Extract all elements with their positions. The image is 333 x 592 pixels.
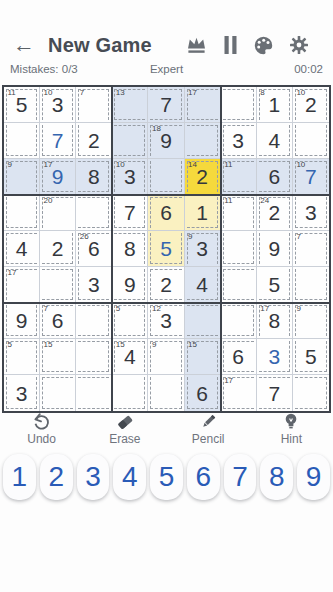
given-digit: 4: [124, 346, 136, 367]
cell-r8c9[interactable]: 5: [293, 339, 329, 375]
cage-sum-label: 12: [152, 305, 161, 313]
given-digit: 4: [268, 130, 280, 151]
given-digit: 3: [52, 94, 64, 115]
given-digit: 2: [160, 274, 172, 295]
cage-sum-label: 24: [260, 197, 269, 205]
cage-border: [223, 305, 254, 336]
numpad-button-3[interactable]: 3: [77, 454, 110, 500]
given-digit: 7: [160, 94, 172, 115]
pencil-button[interactable]: Pencil: [167, 413, 250, 449]
given-digit: 8: [124, 238, 136, 259]
cell-r3c4[interactable]: 103: [112, 159, 148, 195]
cell-r2c7[interactable]: 3: [221, 123, 257, 159]
given-digit: 2: [268, 202, 280, 223]
cell-r6c5[interactable]: 2: [148, 267, 184, 303]
cage-border: [223, 269, 254, 300]
given-digit: 3: [88, 274, 100, 295]
cell-r2c3[interactable]: 2: [76, 123, 112, 159]
cage-sum-label: 15: [116, 341, 125, 349]
cage-sum-label: 9: [188, 233, 192, 241]
cell-r9c2[interactable]: [40, 375, 76, 411]
cell-r2c1[interactable]: [4, 123, 40, 159]
cage-sum-label: 9: [8, 161, 12, 169]
cell-r1c6[interactable]: 17: [185, 87, 221, 123]
cell-r9c8[interactable]: 7: [257, 375, 293, 411]
cell-r3c7[interactable]: 11: [221, 159, 257, 195]
cell-r4c8[interactable]: 242: [257, 195, 293, 231]
cell-r5c4[interactable]: 8: [112, 231, 148, 267]
given-digit: 3: [124, 166, 136, 187]
given-digit: 9: [268, 238, 280, 259]
given-digit: 2: [88, 130, 100, 151]
cell-r8c6[interactable]: 15: [185, 339, 221, 375]
cell-r5c3[interactable]: 266: [76, 231, 112, 267]
cage-border: [6, 125, 37, 156]
cell-r2c6[interactable]: [185, 123, 221, 159]
cell-r8c3[interactable]: [76, 339, 112, 375]
toolbar: Undo Erase Pencil: [0, 413, 333, 449]
given-digit: 5: [16, 94, 28, 115]
pause-icon[interactable]: [224, 36, 237, 54]
cell-r3c1[interactable]: 9: [4, 159, 40, 195]
cage-border: [187, 305, 218, 336]
cell-r5c6[interactable]: 93: [185, 231, 221, 267]
cell-r1c7[interactable]: [221, 87, 257, 123]
cell-r3c8[interactable]: 6: [257, 159, 293, 195]
cell-r3c3[interactable]: 8: [76, 159, 112, 195]
given-digit: 9: [124, 274, 136, 295]
cage-sum-label: 15: [44, 341, 53, 349]
cell-r7c1[interactable]: 9: [4, 303, 40, 339]
cell-r5c8[interactable]: 9: [257, 231, 293, 267]
user-digit: 9: [52, 166, 64, 187]
cage-sum-label: 18: [152, 125, 161, 133]
cage-sum-label: 10: [296, 89, 305, 97]
cell-r5c2[interactable]: 2: [40, 231, 76, 267]
app-header: ← New Game: [0, 28, 333, 62]
cell-r7c4[interactable]: 5: [112, 303, 148, 339]
cage-sum-label: 17: [260, 305, 269, 313]
cell-r8c7[interactable]: 6: [221, 339, 257, 375]
cage-border: [150, 161, 181, 192]
page-title: New Game: [48, 34, 152, 57]
cage-sum-label: 8: [260, 89, 264, 97]
cell-r6c2[interactable]: [40, 267, 76, 303]
cell-r6c3[interactable]: 3: [76, 267, 112, 303]
cage-border: [42, 269, 73, 300]
cell-r4c3[interactable]: [76, 195, 112, 231]
cell-r1c1[interactable]: 115: [4, 87, 40, 123]
cage-sum-label: 9: [152, 341, 156, 349]
cage-sum-label: 11: [224, 197, 232, 205]
hint-label: Hint: [281, 432, 302, 446]
cell-r1c5[interactable]: 7: [148, 87, 184, 123]
cell-r1c2[interactable]: 103: [40, 87, 76, 123]
palette-icon[interactable]: [254, 36, 273, 55]
numpad-button-5[interactable]: 5: [150, 454, 183, 500]
given-digit: 5: [268, 274, 280, 295]
cage-sum-label: 7: [80, 89, 84, 97]
cell-r4c4[interactable]: 7: [112, 195, 148, 231]
given-digit: 8: [268, 310, 280, 331]
cell-r9c3[interactable]: [76, 375, 112, 411]
numpad-button-6[interactable]: 6: [187, 454, 220, 500]
given-digit: 8: [88, 166, 100, 187]
cell-r7c8[interactable]: 178: [257, 303, 293, 339]
difficulty-label: Expert: [10, 63, 323, 75]
cell-r9c7[interactable]: 17: [221, 375, 257, 411]
pencil-icon: [200, 413, 217, 430]
status-bar: Mistakes: 0/3 Expert 00:02: [10, 63, 323, 79]
cell-r9c6[interactable]: 6: [185, 375, 221, 411]
numpad-button-9[interactable]: 9: [297, 454, 330, 500]
numpad-button-1[interactable]: 1: [3, 454, 36, 500]
undo-icon: [33, 413, 50, 430]
gear-icon[interactable]: [290, 36, 308, 54]
cell-r7c7[interactable]: [221, 303, 257, 339]
cell-r4c7[interactable]: 11: [221, 195, 257, 231]
cage-sum-label: 17: [8, 269, 17, 277]
given-digit: 6: [196, 383, 208, 404]
given-digit: 5: [305, 346, 317, 367]
cell-r4c1[interactable]: [4, 195, 40, 231]
cell-r4c2[interactable]: 20: [40, 195, 76, 231]
cell-r1c9[interactable]: 102: [293, 87, 329, 123]
cell-r2c2[interactable]: 7: [40, 123, 76, 159]
cell-r4c9[interactable]: 3: [293, 195, 329, 231]
given-digit: 7: [268, 383, 280, 404]
undo-label: Undo: [27, 432, 56, 446]
cell-r3c9[interactable]: 107: [293, 159, 329, 195]
eraser-icon: [116, 413, 134, 430]
cage-border: [295, 269, 327, 300]
cage-border: [295, 377, 327, 409]
cell-r9c1[interactable]: 3: [4, 375, 40, 411]
cage-border: [6, 197, 37, 228]
cage-sum-label: 17: [188, 89, 197, 97]
cage-sum-label: 5: [116, 305, 120, 313]
given-digit: 9: [160, 130, 172, 151]
cage-border: [295, 125, 327, 156]
given-digit: 4: [196, 274, 208, 295]
cage-border: [114, 377, 145, 409]
cell-r5c1[interactable]: 4: [4, 231, 40, 267]
cell-r5c5[interactable]: 5: [148, 231, 184, 267]
cell-r2c9[interactable]: [293, 123, 329, 159]
cell-r1c8[interactable]: 81: [257, 87, 293, 123]
erase-label: Erase: [109, 432, 140, 446]
timer: 00:02: [294, 63, 323, 75]
cell-r8c1[interactable]: 5: [4, 339, 40, 375]
cage-border: [78, 197, 109, 228]
given-digit: 1: [268, 94, 280, 115]
cage-border: [150, 377, 181, 409]
undo-button[interactable]: Undo: [0, 413, 83, 449]
cage-border: [223, 89, 254, 120]
cell-r9c5[interactable]: [148, 375, 184, 411]
given-digit: 6: [88, 238, 100, 259]
cell-r2c4[interactable]: [112, 123, 148, 159]
cell-r7c2[interactable]: 76: [40, 303, 76, 339]
sudoku-board: 1151037137178110272189349179810314211610…: [2, 85, 331, 413]
cage-sum-label: 17: [44, 161, 53, 169]
cell-r4c5[interactable]: 6: [148, 195, 184, 231]
given-digit: 2: [305, 94, 317, 115]
cage-border: [78, 377, 109, 409]
cage-border: [78, 305, 109, 336]
cage-sum-label: 17: [224, 377, 233, 385]
cell-r7c3[interactable]: [76, 303, 112, 339]
numpad-button-8[interactable]: 8: [260, 454, 293, 500]
cell-r3c5[interactable]: [148, 159, 184, 195]
cell-r6c4[interactable]: 9: [112, 267, 148, 303]
numpad-button-7[interactable]: 7: [224, 454, 257, 500]
cage-border: [42, 377, 73, 409]
cell-r9c4[interactable]: [112, 375, 148, 411]
cell-r8c4[interactable]: 154: [112, 339, 148, 375]
cage-border: [78, 341, 109, 372]
given-digit: 6: [52, 310, 64, 331]
cell-r7c9[interactable]: 9: [293, 303, 329, 339]
given-digit: 6: [160, 202, 172, 223]
cell-r8c5[interactable]: 9: [148, 339, 184, 375]
cell-r9c9[interactable]: [293, 375, 329, 411]
erase-button[interactable]: Erase: [83, 413, 166, 449]
cell-r1c4[interactable]: 13: [112, 87, 148, 123]
cage-sum-label: 7: [44, 305, 48, 313]
cell-r2c8[interactable]: 4: [257, 123, 293, 159]
cell-r3c6[interactable]: 142: [185, 159, 221, 195]
cell-r7c6[interactable]: [185, 303, 221, 339]
user-digit: 7: [52, 130, 64, 151]
given-digit: 9: [16, 310, 28, 331]
cell-r5c7[interactable]: [221, 231, 257, 267]
cage-border: [223, 233, 254, 264]
cage-sum-label: 11: [224, 161, 232, 169]
cell-r1c3[interactable]: 7: [76, 87, 112, 123]
given-digit: 6: [268, 166, 280, 187]
pencil-label: Pencil: [192, 432, 225, 446]
cell-r5c9[interactable]: 7: [293, 231, 329, 267]
cell-r8c8[interactable]: 3: [257, 339, 293, 375]
cell-r8c2[interactable]: 15: [40, 339, 76, 375]
crown-icon[interactable]: [186, 36, 207, 55]
cell-r6c6[interactable]: 4: [185, 267, 221, 303]
cage-border: [114, 125, 145, 156]
number-pad: 123456789: [0, 454, 333, 500]
given-digit: 6: [232, 346, 244, 367]
cage-sum-label: 26: [80, 233, 89, 241]
cell-r6c1[interactable]: 17: [4, 267, 40, 303]
cell-r7c5[interactable]: 123: [148, 303, 184, 339]
cage-sum-label: 7: [296, 233, 300, 241]
given-digit: 3: [16, 383, 28, 404]
cell-r6c9[interactable]: [293, 267, 329, 303]
cage-sum-label: 11: [8, 89, 16, 97]
given-digit: 3: [196, 238, 208, 259]
given-digit: 2: [52, 238, 64, 259]
given-digit: 3: [160, 310, 172, 331]
user-digit: 5: [160, 238, 172, 259]
cage-sum-label: 15: [188, 341, 197, 349]
numpad-button-4[interactable]: 4: [113, 454, 146, 500]
cell-r6c7[interactable]: [221, 267, 257, 303]
given-digit: 7: [124, 202, 136, 223]
cage-sum-label: 14: [188, 161, 197, 169]
given-digit: 1: [196, 202, 208, 223]
cage-sum-label: 20: [44, 197, 53, 205]
given-digit: 3: [232, 130, 244, 151]
user-digit: 7: [305, 166, 317, 187]
back-icon[interactable]: ←: [13, 34, 35, 56]
cell-r3c2[interactable]: 179: [40, 159, 76, 195]
cage-sum-label: 5: [8, 341, 12, 349]
user-digit: 3: [268, 346, 280, 367]
cage-sum-label: 13: [116, 89, 125, 97]
cage-sum-label: 10: [44, 89, 53, 97]
given-digit: 4: [16, 238, 28, 259]
hint-button[interactable]: Hint: [250, 413, 333, 449]
cell-r4c6[interactable]: 1: [185, 195, 221, 231]
cell-r6c8[interactable]: 5: [257, 267, 293, 303]
cage-sum-label: 10: [296, 161, 305, 169]
given-digit: 2: [196, 166, 208, 187]
cage-sum-label: 10: [116, 161, 125, 169]
bulb-icon: [284, 413, 298, 430]
numpad-button-2[interactable]: 2: [40, 454, 73, 500]
cage-sum-label: 9: [296, 305, 300, 313]
cell-r2c5[interactable]: 189: [148, 123, 184, 159]
sudoku-grid: 1151037137178110272189349179810314211610…: [4, 87, 329, 411]
given-digit: 3: [305, 202, 317, 223]
cage-border: [187, 125, 218, 156]
